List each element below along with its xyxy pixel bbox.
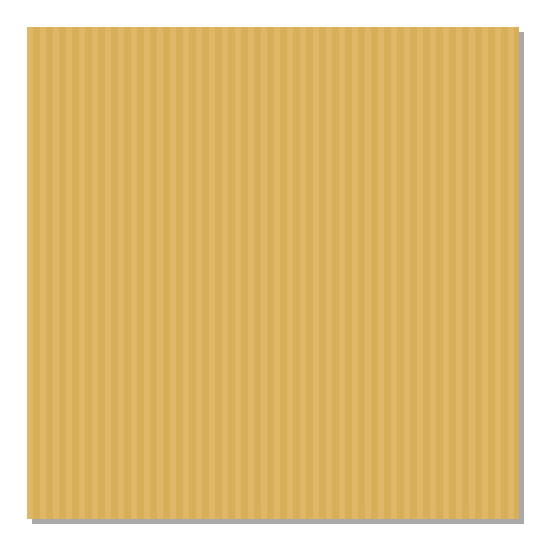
go-board[interactable] [27,27,519,519]
go-diagram [0,0,550,550]
